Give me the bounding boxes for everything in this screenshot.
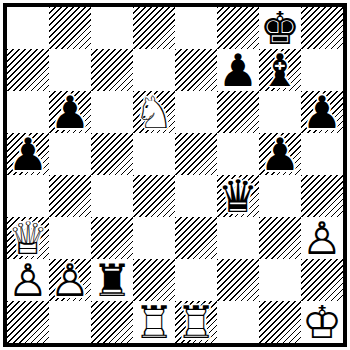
black-pawn-f7: ♟ (217, 49, 259, 91)
square-c5[interactable] (91, 133, 133, 175)
square-f2[interactable] (217, 259, 259, 301)
piece-body-glyph: ♟ (7, 133, 49, 175)
black-bishop-g7: ♝ (259, 49, 301, 91)
square-g7[interactable]: ♝ (259, 49, 301, 91)
square-h3[interactable]: ♟♙ (301, 217, 343, 259)
piece-outline-glyph: ♙ (7, 259, 49, 301)
black-rook-c2: ♜ (91, 259, 133, 301)
square-g3[interactable] (259, 217, 301, 259)
square-g2[interactable] (259, 259, 301, 301)
white-king-h1: ♚♔ (301, 301, 343, 343)
white-knight-d6: ♞♘ (133, 91, 175, 133)
square-b6[interactable]: ♟ (49, 91, 91, 133)
white-pawn-b2: ♟♙ (49, 259, 91, 301)
square-c8[interactable] (91, 7, 133, 49)
black-queen-f4: ♛ (217, 175, 259, 217)
black-pawn-b6: ♟ (49, 91, 91, 133)
square-g8[interactable]: ♚ (259, 7, 301, 49)
square-d7[interactable] (133, 49, 175, 91)
square-e4[interactable] (175, 175, 217, 217)
piece-outline-glyph: ♙ (301, 217, 343, 259)
square-h8[interactable] (301, 7, 343, 49)
square-f1[interactable] (217, 301, 259, 343)
square-c3[interactable] (91, 217, 133, 259)
square-b3[interactable] (49, 217, 91, 259)
piece-outline-glyph: ♕ (7, 217, 49, 259)
piece-body-glyph: ♟ (49, 91, 91, 133)
square-a7[interactable] (7, 49, 49, 91)
black-king-g8: ♚ (259, 7, 301, 49)
square-d4[interactable] (133, 175, 175, 217)
square-b1[interactable] (49, 301, 91, 343)
black-pawn-a5: ♟ (7, 133, 49, 175)
piece-body-glyph: ♜ (91, 259, 133, 301)
piece-outline-glyph: ♖ (175, 301, 217, 343)
square-c2[interactable]: ♜ (91, 259, 133, 301)
square-f4[interactable]: ♛ (217, 175, 259, 217)
square-e6[interactable] (175, 91, 217, 133)
square-g4[interactable] (259, 175, 301, 217)
square-g6[interactable] (259, 91, 301, 133)
piece-outline-glyph: ♖ (133, 301, 175, 343)
square-f7[interactable]: ♟ (217, 49, 259, 91)
square-a2[interactable]: ♟♙ (7, 259, 49, 301)
square-g5[interactable]: ♟ (259, 133, 301, 175)
square-g1[interactable] (259, 301, 301, 343)
piece-body-glyph: ♝ (259, 49, 301, 91)
square-d8[interactable] (133, 7, 175, 49)
square-d2[interactable] (133, 259, 175, 301)
square-f5[interactable] (217, 133, 259, 175)
white-pawn-a2: ♟♙ (7, 259, 49, 301)
chess-diagram: ♚♟♝♟♞♘♟♟♟♛♛♕♟♙♟♙♟♙♜♜♖♜♖♚♔ (0, 0, 350, 350)
white-pawn-h3: ♟♙ (301, 217, 343, 259)
square-e3[interactable] (175, 217, 217, 259)
board-frame: ♚♟♝♟♞♘♟♟♟♛♛♕♟♙♟♙♟♙♜♜♖♜♖♚♔ (3, 3, 347, 347)
piece-body-glyph: ♛ (217, 175, 259, 217)
piece-outline-glyph: ♔ (301, 301, 343, 343)
white-rook-d1: ♜♖ (133, 301, 175, 343)
square-f3[interactable] (217, 217, 259, 259)
piece-outline-glyph: ♙ (49, 259, 91, 301)
square-a5[interactable]: ♟ (7, 133, 49, 175)
square-h2[interactable] (301, 259, 343, 301)
square-a6[interactable] (7, 91, 49, 133)
square-a8[interactable] (7, 7, 49, 49)
square-e7[interactable] (175, 49, 217, 91)
piece-body-glyph: ♚ (259, 7, 301, 49)
white-rook-e1: ♜♖ (175, 301, 217, 343)
square-e5[interactable] (175, 133, 217, 175)
square-a1[interactable] (7, 301, 49, 343)
square-a4[interactable] (7, 175, 49, 217)
square-d6[interactable]: ♞♘ (133, 91, 175, 133)
square-c7[interactable] (91, 49, 133, 91)
square-h1[interactable]: ♚♔ (301, 301, 343, 343)
piece-outline-glyph: ♘ (133, 91, 175, 133)
piece-body-glyph: ♟ (301, 91, 343, 133)
square-c4[interactable] (91, 175, 133, 217)
piece-body-glyph: ♟ (259, 133, 301, 175)
square-d1[interactable]: ♜♖ (133, 301, 175, 343)
square-f6[interactable] (217, 91, 259, 133)
piece-body-glyph: ♟ (217, 49, 259, 91)
square-a3[interactable]: ♛♕ (7, 217, 49, 259)
chess-board: ♚♟♝♟♞♘♟♟♟♛♛♕♟♙♟♙♟♙♜♜♖♜♖♚♔ (7, 7, 343, 343)
square-f8[interactable] (217, 7, 259, 49)
square-c6[interactable] (91, 91, 133, 133)
square-d3[interactable] (133, 217, 175, 259)
square-e8[interactable] (175, 7, 217, 49)
square-b7[interactable] (49, 49, 91, 91)
black-pawn-g5: ♟ (259, 133, 301, 175)
square-b5[interactable] (49, 133, 91, 175)
square-e2[interactable] (175, 259, 217, 301)
square-e1[interactable]: ♜♖ (175, 301, 217, 343)
square-b4[interactable] (49, 175, 91, 217)
square-h5[interactable] (301, 133, 343, 175)
square-h7[interactable] (301, 49, 343, 91)
square-h4[interactable] (301, 175, 343, 217)
square-b8[interactable] (49, 7, 91, 49)
square-b2[interactable]: ♟♙ (49, 259, 91, 301)
black-pawn-h6: ♟ (301, 91, 343, 133)
square-c1[interactable] (91, 301, 133, 343)
square-d5[interactable] (133, 133, 175, 175)
white-queen-a3: ♛♕ (7, 217, 49, 259)
square-h6[interactable]: ♟ (301, 91, 343, 133)
